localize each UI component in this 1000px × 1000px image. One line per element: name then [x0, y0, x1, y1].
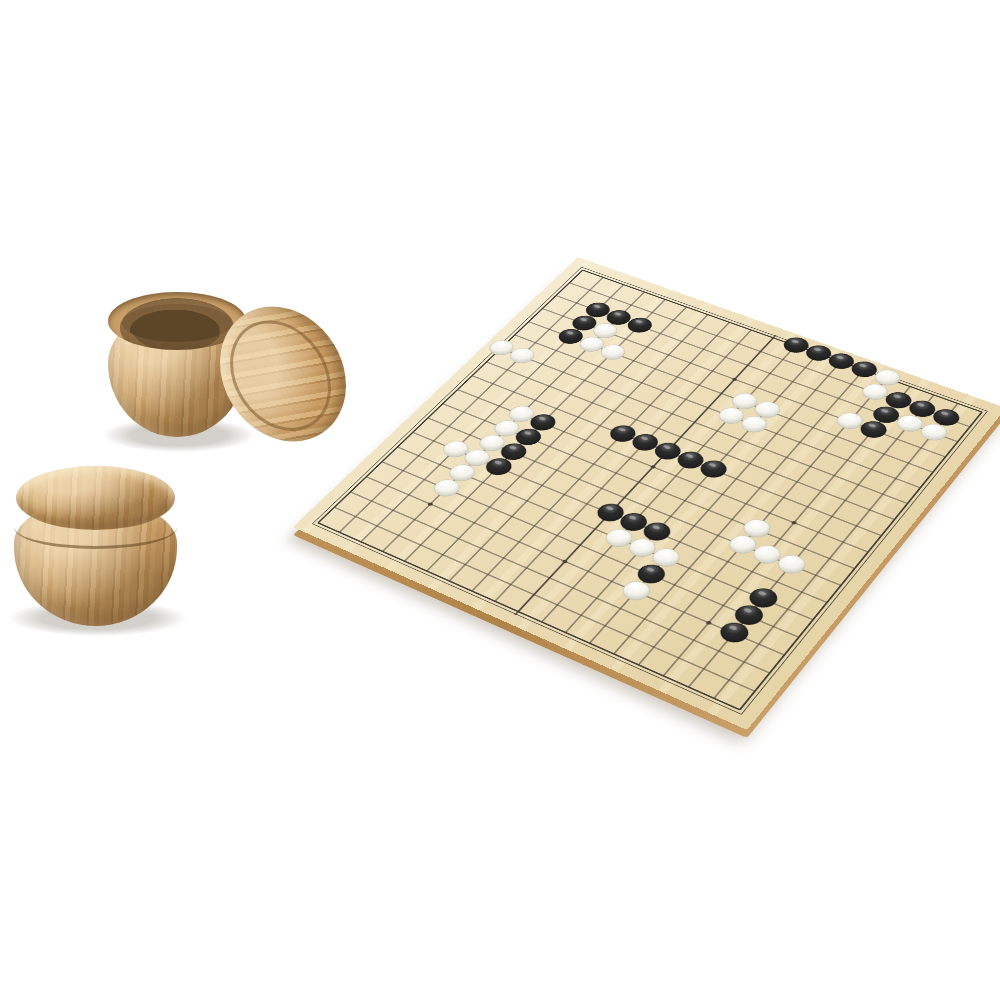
- board-surface-3d: [293, 257, 1000, 730]
- product-photo-scene: [0, 0, 1000, 1000]
- go-board: [0, 0, 580, 580]
- go-board-surface: [293, 257, 1000, 730]
